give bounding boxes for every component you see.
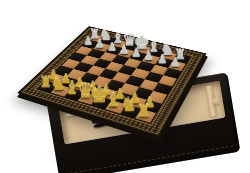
piece-silver-pawn: ♟ — [163, 57, 189, 69]
case-stitching — [65, 145, 234, 173]
tray-divider-3 — [212, 98, 219, 105]
chess-set-photo: ♜♞♝♛♚♝♞♜♟♟♟♟♟♟♟♟♟♟♟♟♟♟♟♟♜♞♝♛♚♝♞♜ — [0, 0, 250, 173]
piece-gold-rook: ♜ — [128, 103, 158, 119]
